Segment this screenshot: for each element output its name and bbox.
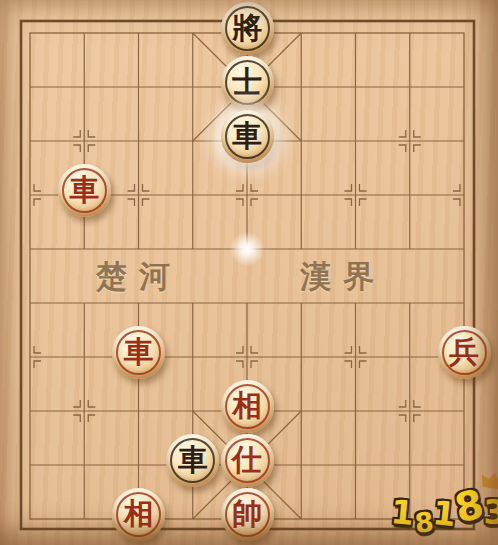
piece-red-soldier[interactable]: 兵 [438, 326, 491, 379]
piece-red-elephant[interactable]: 相 [221, 380, 274, 433]
piece-red-advisor[interactable]: 仕 [221, 434, 274, 487]
piece-black-chariot[interactable]: 車 [166, 434, 219, 487]
piece-grid: 將士車車車兵相車仕帥相 [3, 6, 491, 545]
piece-black-advisor[interactable]: 士 [221, 56, 274, 109]
piece-red-elephant[interactable]: 相 [112, 488, 165, 541]
piece-black-general[interactable]: 將 [221, 2, 274, 55]
piece-black-chariot[interactable]: 車 [221, 110, 274, 163]
xiangqi-board: 楚河 漢界 將士車車車兵相車仕帥相 18183 [0, 0, 498, 545]
piece-red-chariot[interactable]: 車 [112, 326, 165, 379]
piece-red-chariot[interactable]: 車 [58, 164, 111, 217]
piece-red-general[interactable]: 帥 [221, 488, 274, 541]
